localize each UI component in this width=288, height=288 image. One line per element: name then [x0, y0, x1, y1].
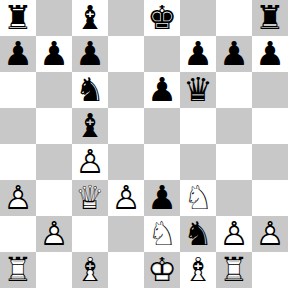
- piece-white-pawn[interactable]: ♟♙: [0, 180, 36, 216]
- piece-white-pawn[interactable]: ♟♙: [252, 216, 288, 252]
- white-piece-outline: ♙: [72, 144, 108, 180]
- white-piece-outline: ♙: [216, 216, 252, 252]
- piece-black-pawn[interactable]: ♟: [180, 36, 216, 72]
- piece-black-pawn[interactable]: ♟: [144, 72, 180, 108]
- piece-white-pawn[interactable]: ♟♙: [72, 144, 108, 180]
- white-piece-outline: ♖: [0, 252, 36, 288]
- square-h5[interactable]: [252, 108, 288, 144]
- square-g2[interactable]: ♟♙: [216, 216, 252, 252]
- piece-black-pawn[interactable]: ♟: [216, 36, 252, 72]
- square-b7[interactable]: ♟: [36, 36, 72, 72]
- square-g5[interactable]: [216, 108, 252, 144]
- black-piece-glyph: ♛: [180, 72, 216, 108]
- piece-white-pawn[interactable]: ♟♙: [36, 216, 72, 252]
- square-b1[interactable]: [36, 252, 72, 288]
- black-piece-glyph: ♞: [72, 72, 108, 108]
- square-c5[interactable]: ♝: [72, 108, 108, 144]
- square-c8[interactable]: ♝: [72, 0, 108, 36]
- black-piece-glyph: ♟: [36, 36, 72, 72]
- white-piece-outline: ♕: [72, 180, 108, 216]
- square-a7[interactable]: ♟: [0, 36, 36, 72]
- black-piece-glyph: ♜: [0, 0, 36, 36]
- piece-black-pawn[interactable]: ♟: [252, 36, 288, 72]
- square-c4[interactable]: ♟♙: [72, 144, 108, 180]
- square-f8[interactable]: [180, 0, 216, 36]
- piece-white-pawn[interactable]: ♟♙: [108, 180, 144, 216]
- square-a8[interactable]: ♜: [0, 0, 36, 36]
- square-e5[interactable]: [144, 108, 180, 144]
- square-b8[interactable]: [36, 0, 72, 36]
- square-c3[interactable]: ♛♕: [72, 180, 108, 216]
- black-piece-glyph: ♚: [144, 0, 180, 36]
- piece-black-rook[interactable]: ♜: [0, 0, 36, 36]
- piece-white-pawn[interactable]: ♟♙: [216, 216, 252, 252]
- square-d1[interactable]: [108, 252, 144, 288]
- square-e6[interactable]: ♟: [144, 72, 180, 108]
- square-d8[interactable]: [108, 0, 144, 36]
- piece-white-rook[interactable]: ♜♖: [216, 252, 252, 288]
- white-piece-outline: ♙: [0, 180, 36, 216]
- white-piece-outline: ♖: [216, 252, 252, 288]
- square-c2[interactable]: [72, 216, 108, 252]
- square-d7[interactable]: [108, 36, 144, 72]
- white-piece-outline: ♘: [144, 216, 180, 252]
- chess-board: ♜♝♚♜♟♟♟♟♟♟♞♟♛♝♟♙♟♙♛♕♟♙♟♞♘♟♙♞♘♞♟♙♟♙♜♖♝♗♚♔…: [0, 0, 288, 288]
- piece-white-rook[interactable]: ♜♖: [0, 252, 36, 288]
- piece-white-bishop[interactable]: ♝♗: [180, 252, 216, 288]
- square-d5[interactable]: [108, 108, 144, 144]
- square-e2[interactable]: ♞♘: [144, 216, 180, 252]
- piece-black-pawn[interactable]: ♟: [36, 36, 72, 72]
- square-f5[interactable]: [180, 108, 216, 144]
- square-h2[interactable]: ♟♙: [252, 216, 288, 252]
- black-piece-glyph: ♟: [144, 180, 180, 216]
- piece-white-bishop[interactable]: ♝♗: [72, 252, 108, 288]
- black-piece-glyph: ♟: [144, 72, 180, 108]
- white-piece-outline: ♗: [72, 252, 108, 288]
- square-g3[interactable]: [216, 180, 252, 216]
- square-d2[interactable]: [108, 216, 144, 252]
- square-h7[interactable]: ♟: [252, 36, 288, 72]
- black-piece-glyph: ♜: [252, 0, 288, 36]
- black-piece-glyph: ♟: [216, 36, 252, 72]
- square-g1[interactable]: ♜♖: [216, 252, 252, 288]
- square-g6[interactable]: [216, 72, 252, 108]
- piece-white-king[interactable]: ♚♔: [144, 252, 180, 288]
- square-c6[interactable]: ♞: [72, 72, 108, 108]
- square-h4[interactable]: [252, 144, 288, 180]
- white-piece-outline: ♙: [252, 216, 288, 252]
- piece-black-king[interactable]: ♚: [144, 0, 180, 36]
- square-d4[interactable]: [108, 144, 144, 180]
- square-f1[interactable]: ♝♗: [180, 252, 216, 288]
- white-piece-outline: ♔: [144, 252, 180, 288]
- piece-black-knight[interactable]: ♞: [180, 216, 216, 252]
- piece-black-bishop[interactable]: ♝: [72, 108, 108, 144]
- piece-black-queen[interactable]: ♛: [180, 72, 216, 108]
- square-e8[interactable]: ♚: [144, 0, 180, 36]
- piece-black-pawn[interactable]: ♟: [0, 36, 36, 72]
- black-piece-glyph: ♟: [72, 36, 108, 72]
- square-f4[interactable]: [180, 144, 216, 180]
- piece-black-knight[interactable]: ♞: [72, 72, 108, 108]
- square-f7[interactable]: ♟: [180, 36, 216, 72]
- square-b5[interactable]: [36, 108, 72, 144]
- square-f3[interactable]: ♞♘: [180, 180, 216, 216]
- black-piece-glyph: ♝: [72, 108, 108, 144]
- square-e1[interactable]: ♚♔: [144, 252, 180, 288]
- square-a3[interactable]: ♟♙: [0, 180, 36, 216]
- black-piece-glyph: ♝: [72, 0, 108, 36]
- square-c7[interactable]: ♟: [72, 36, 108, 72]
- piece-white-knight[interactable]: ♞♘: [144, 216, 180, 252]
- square-f2[interactable]: ♞: [180, 216, 216, 252]
- square-h1[interactable]: [252, 252, 288, 288]
- square-a4[interactable]: [0, 144, 36, 180]
- square-e3[interactable]: ♟: [144, 180, 180, 216]
- square-b3[interactable]: [36, 180, 72, 216]
- square-e7[interactable]: [144, 36, 180, 72]
- white-piece-outline: ♙: [108, 180, 144, 216]
- black-piece-glyph: ♟: [252, 36, 288, 72]
- square-f6[interactable]: ♛: [180, 72, 216, 108]
- square-g8[interactable]: [216, 0, 252, 36]
- square-e4[interactable]: [144, 144, 180, 180]
- piece-white-queen[interactable]: ♛♕: [72, 180, 108, 216]
- black-piece-glyph: ♞: [180, 216, 216, 252]
- square-h8[interactable]: ♜: [252, 0, 288, 36]
- piece-black-bishop[interactable]: ♝: [72, 0, 108, 36]
- square-b2[interactable]: ♟♙: [36, 216, 72, 252]
- square-g4[interactable]: [216, 144, 252, 180]
- square-c1[interactable]: ♝♗: [72, 252, 108, 288]
- square-h3[interactable]: [252, 180, 288, 216]
- white-piece-outline: ♘: [180, 180, 216, 216]
- black-piece-glyph: ♟: [0, 36, 36, 72]
- white-piece-outline: ♙: [36, 216, 72, 252]
- square-a1[interactable]: ♜♖: [0, 252, 36, 288]
- square-a2[interactable]: [0, 216, 36, 252]
- square-a5[interactable]: [0, 108, 36, 144]
- square-b4[interactable]: [36, 144, 72, 180]
- black-piece-glyph: ♟: [180, 36, 216, 72]
- square-a6[interactable]: [0, 72, 36, 108]
- piece-black-pawn[interactable]: ♟: [144, 180, 180, 216]
- square-d6[interactable]: [108, 72, 144, 108]
- piece-white-knight[interactable]: ♞♘: [180, 180, 216, 216]
- piece-black-pawn[interactable]: ♟: [72, 36, 108, 72]
- square-h6[interactable]: [252, 72, 288, 108]
- square-d3[interactable]: ♟♙: [108, 180, 144, 216]
- square-b6[interactable]: [36, 72, 72, 108]
- white-piece-outline: ♗: [180, 252, 216, 288]
- square-g7[interactable]: ♟: [216, 36, 252, 72]
- piece-black-rook[interactable]: ♜: [252, 0, 288, 36]
